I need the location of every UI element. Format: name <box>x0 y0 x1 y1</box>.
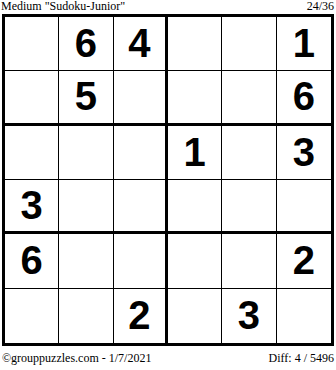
cell-r2c1[interactable] <box>5 71 59 125</box>
cell-r4c5[interactable] <box>222 180 276 234</box>
cell-r6c6[interactable] <box>277 289 331 343</box>
cell-r5c2[interactable] <box>59 234 113 288</box>
cell-r1c6[interactable]: 1 <box>277 17 331 71</box>
cell-r4c6[interactable] <box>277 180 331 234</box>
cell-r1c1[interactable] <box>5 17 59 71</box>
cell-r4c1[interactable]: 3 <box>5 180 59 234</box>
cell-r5c1[interactable]: 6 <box>5 234 59 288</box>
difficulty-text: Diff: 4 / 5496 <box>269 351 334 365</box>
cell-r4c4[interactable] <box>168 180 222 234</box>
cell-r2c3[interactable] <box>114 71 168 125</box>
cell-r3c5[interactable] <box>222 126 276 180</box>
copyright-text: ©grouppuzzles.com - 1/7/2021 <box>2 351 151 365</box>
cell-r2c5[interactable] <box>222 71 276 125</box>
cell-r2c6[interactable]: 6 <box>277 71 331 125</box>
cell-r5c4[interactable] <box>168 234 222 288</box>
cell-r1c2[interactable]: 6 <box>59 17 113 71</box>
cell-r3c6[interactable]: 3 <box>277 126 331 180</box>
cell-r5c5[interactable] <box>222 234 276 288</box>
cell-r6c2[interactable] <box>59 289 113 343</box>
cell-r6c5[interactable]: 3 <box>222 289 276 343</box>
puzzle-footer: ©grouppuzzles.com - 1/7/2021 Diff: 4 / 5… <box>0 351 336 365</box>
cell-r1c4[interactable] <box>168 17 222 71</box>
cell-r2c2[interactable]: 5 <box>59 71 113 125</box>
cell-r5c6[interactable]: 2 <box>277 234 331 288</box>
cell-r6c1[interactable] <box>5 289 59 343</box>
sudoku-board: 641561336223 <box>2 14 334 346</box>
puzzle-header: Medium "Sudoku-Junior" 24/36 <box>0 0 336 14</box>
cell-r6c4[interactable] <box>168 289 222 343</box>
cell-r3c3[interactable] <box>114 126 168 180</box>
sudoku-page: Medium "Sudoku-Junior" 24/36 64156133622… <box>0 0 336 370</box>
clue-counter: 24/36 <box>307 0 334 13</box>
cell-r5c3[interactable] <box>114 234 168 288</box>
puzzle-title: Medium "Sudoku-Junior" <box>1 0 125 13</box>
cell-r3c2[interactable] <box>59 126 113 180</box>
cell-r1c5[interactable] <box>222 17 276 71</box>
cell-r3c4[interactable]: 1 <box>168 126 222 180</box>
cell-r6c3[interactable]: 2 <box>114 289 168 343</box>
cell-r4c3[interactable] <box>114 180 168 234</box>
cell-r1c3[interactable]: 4 <box>114 17 168 71</box>
cell-r4c2[interactable] <box>59 180 113 234</box>
cell-r2c4[interactable] <box>168 71 222 125</box>
cell-r3c1[interactable] <box>5 126 59 180</box>
